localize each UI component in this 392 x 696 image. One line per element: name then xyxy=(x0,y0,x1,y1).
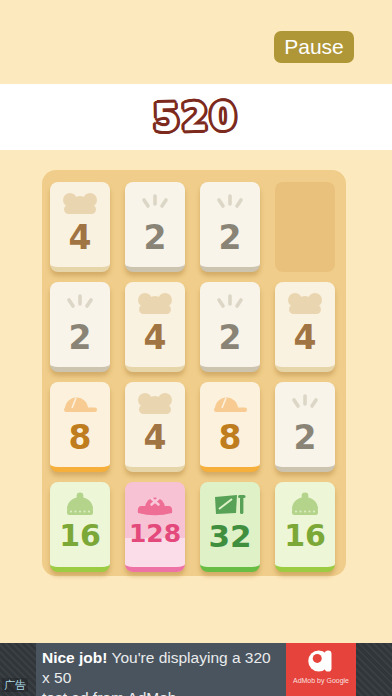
admob-by-google-label: AdMob by Google xyxy=(293,677,349,684)
spark-icon xyxy=(211,191,249,217)
spark-icon xyxy=(286,391,324,417)
pirate-hat-icon xyxy=(136,491,174,517)
tile-r3c2-4: 4 xyxy=(125,382,185,472)
cap-icon xyxy=(211,391,249,417)
tile-r1c1-4: 4 xyxy=(50,182,110,272)
tile-value: 128 xyxy=(129,521,181,546)
tile-r4c2-128: 128 xyxy=(125,482,185,572)
spark-icon xyxy=(211,291,249,317)
game-board[interactable]: 4 2 2 2 4 2 4 8 xyxy=(42,170,346,576)
tile-value: 2 xyxy=(69,321,92,354)
mortarboard-hat-icon xyxy=(211,491,249,517)
ad-content: Nice job! You're displaying a 320 x 50 t… xyxy=(36,643,356,696)
tile-r2c3-2: 2 xyxy=(200,282,260,372)
tile-r4c3-32: 32 xyxy=(200,482,260,572)
beanie-hat-icon xyxy=(61,491,99,517)
tile-value: 8 xyxy=(69,421,92,454)
tile-r2c1-2: 2 xyxy=(50,282,110,372)
score-band: 520 xyxy=(0,84,392,150)
tile-r1c3-2: 2 xyxy=(200,182,260,272)
tile-value: 16 xyxy=(59,521,101,551)
mouse-ears-hat-icon xyxy=(136,291,174,317)
tile-value: 2 xyxy=(219,321,242,354)
tile-value: 4 xyxy=(144,421,167,454)
score-value: 520 xyxy=(153,94,239,139)
cap-icon xyxy=(61,391,99,417)
tile-r3c1-8: 8 xyxy=(50,382,110,472)
ad-badge: 广告 xyxy=(2,678,28,692)
tile-value: 2 xyxy=(144,221,167,254)
tile-r4c1-16: 16 xyxy=(50,482,110,572)
admob-logo-block[interactable]: AdMob by Google xyxy=(286,643,356,696)
ad-text-line2: test ad from AdMob. xyxy=(42,689,181,696)
tile-value: 16 xyxy=(284,521,326,551)
tile-r3c3-8: 8 xyxy=(200,382,260,472)
tile-value: 32 xyxy=(208,521,251,552)
tile-r2c4-4: 4 xyxy=(275,282,335,372)
game-screen: Pause 520 4 2 2 2 4 2 xyxy=(0,0,392,696)
tile-r3c4-2: 2 xyxy=(275,382,335,472)
admob-logo-icon xyxy=(306,646,336,676)
tile-value: 8 xyxy=(219,421,242,454)
ad-text-bold: Nice job! xyxy=(42,649,107,666)
mouse-ears-hat-icon xyxy=(286,291,324,317)
tile-r2c2-4: 4 xyxy=(125,282,185,372)
empty-cell-r1c4 xyxy=(275,182,335,272)
pause-button[interactable]: Pause xyxy=(274,31,354,63)
mouse-ears-hat-icon xyxy=(136,391,174,417)
ad-banner[interactable]: Nice job! You're displaying a 320 x 50 t… xyxy=(0,643,392,696)
tile-r1c2-2: 2 xyxy=(125,182,185,272)
tile-value: 2 xyxy=(294,421,317,454)
spark-icon xyxy=(61,291,99,317)
spark-icon xyxy=(136,191,174,217)
tile-value: 4 xyxy=(144,321,167,354)
tile-value: 2 xyxy=(219,221,242,254)
beanie-hat-icon xyxy=(286,491,324,517)
tile-value: 4 xyxy=(69,221,92,254)
ad-text: Nice job! You're displaying a 320 x 50 t… xyxy=(42,648,282,696)
tile-value: 4 xyxy=(294,321,317,354)
tile-r4c4-16: 16 xyxy=(275,482,335,572)
mouse-ears-hat-icon xyxy=(61,191,99,217)
